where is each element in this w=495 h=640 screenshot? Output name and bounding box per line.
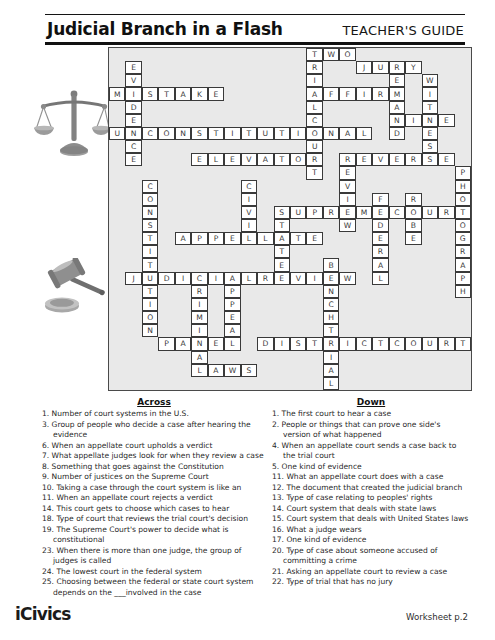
grid-cell: E bbox=[339, 166, 355, 179]
grid-cell: C bbox=[142, 180, 158, 193]
crossword-grid: TWOERJURYVIEWMISTAKEAFFIRMIDLATECNINEUNC… bbox=[108, 47, 472, 391]
grid-cell: B bbox=[323, 258, 339, 271]
grid-cell: C bbox=[356, 337, 372, 350]
grid-cell: U bbox=[290, 206, 306, 219]
grid-cell: T bbox=[158, 87, 174, 100]
grid-cell: T bbox=[274, 219, 290, 232]
grid-cell: P bbox=[306, 206, 322, 219]
grid-cell: I bbox=[191, 324, 207, 337]
grid-cell: E bbox=[389, 74, 405, 87]
grid-cell: A bbox=[224, 272, 240, 285]
down-clue-list: 1. The first court to hear a case2. Peop… bbox=[272, 409, 470, 588]
grid-cell: V bbox=[290, 272, 306, 285]
grid-cell: R bbox=[191, 285, 207, 298]
grid-cell: I bbox=[142, 298, 158, 311]
grid-cell: C bbox=[191, 272, 207, 285]
grid-cell: N bbox=[125, 127, 141, 140]
grid-cell: E bbox=[372, 206, 388, 219]
icivics-logo: iCivics bbox=[15, 604, 71, 624]
grid-cell: A bbox=[455, 258, 471, 271]
grid-cell: U bbox=[306, 140, 322, 153]
grid-cell: L bbox=[224, 337, 240, 350]
grid-cell: T bbox=[241, 127, 257, 140]
grid-cell: T bbox=[306, 166, 322, 179]
clue-item: 24. The lowest court in the federal syst… bbox=[42, 567, 266, 578]
grid-cell: L bbox=[191, 364, 207, 377]
grid-cell: V bbox=[241, 153, 257, 166]
clue-item: 6. When an appellate court upholds a ver… bbox=[42, 441, 266, 452]
grid-cell: E bbox=[339, 206, 355, 219]
grid-cell: A bbox=[306, 87, 322, 100]
grid-cell: H bbox=[455, 180, 471, 193]
grid-cell: B bbox=[405, 219, 421, 232]
grid-cell: S bbox=[142, 87, 158, 100]
grid-cell: T bbox=[290, 232, 306, 245]
grid-cell: T bbox=[306, 48, 322, 61]
grid-cell: I bbox=[356, 87, 372, 100]
clue-item: 15. Court system that deals with United … bbox=[272, 514, 470, 525]
grid-cell: J bbox=[356, 61, 372, 74]
grid-cell: D bbox=[372, 219, 388, 232]
grid-cell: R bbox=[455, 245, 471, 258]
grid-cell: R bbox=[323, 206, 339, 219]
grid-cell: Y bbox=[405, 61, 421, 74]
grid-cell: P bbox=[158, 337, 174, 350]
clue-item: 7. What appellate judges look for when t… bbox=[42, 451, 266, 462]
grid-cell: T bbox=[323, 324, 339, 337]
grid-cell: W bbox=[323, 48, 339, 61]
grid-cell: S bbox=[241, 364, 257, 377]
down-heading: Down bbox=[272, 397, 470, 407]
grid-cell: O bbox=[290, 153, 306, 166]
grid-cell: T bbox=[274, 127, 290, 140]
grid-cell: R bbox=[372, 245, 388, 258]
grid-cell: R bbox=[438, 337, 454, 350]
grid-cell: D bbox=[158, 272, 174, 285]
grid-cell: N bbox=[323, 285, 339, 298]
grid-cell: P bbox=[191, 232, 207, 245]
grid-cell: R bbox=[405, 193, 421, 206]
grid-cell: V bbox=[372, 153, 388, 166]
grid-cell: C bbox=[306, 114, 322, 127]
grid-cell: C bbox=[142, 127, 158, 140]
grid-cell: O bbox=[158, 127, 174, 140]
grid-cell: E bbox=[372, 232, 388, 245]
grid-cell: P bbox=[455, 166, 471, 179]
grid-cell: I bbox=[405, 114, 421, 127]
grid-cell: V bbox=[241, 206, 257, 219]
grid-cell: N bbox=[175, 127, 191, 140]
grid-cell: T bbox=[372, 337, 388, 350]
grid-cell: L bbox=[323, 377, 339, 390]
grid-cell: N bbox=[323, 127, 339, 140]
grid-cell: T bbox=[142, 232, 158, 245]
grid-cell: A bbox=[175, 337, 191, 350]
grid-cell: H bbox=[455, 285, 471, 298]
grid-cell: E bbox=[208, 337, 224, 350]
grid-cell: E bbox=[438, 114, 454, 127]
grid-cell: U bbox=[142, 272, 158, 285]
worksheet-page: Judicial Branch in a Flash TEACHER'S GUI… bbox=[0, 0, 495, 640]
clue-item: 21. Asking an appellate court to review … bbox=[272, 567, 470, 578]
grid-cell: P bbox=[208, 232, 224, 245]
grid-cell: E bbox=[274, 258, 290, 271]
grid-cell: N bbox=[191, 337, 207, 350]
grid-cell: E bbox=[208, 87, 224, 100]
grid-cell: I bbox=[290, 127, 306, 140]
across-clue-list: 1. Number of court systems in the U.S.3.… bbox=[42, 409, 266, 598]
grid-cell: A bbox=[274, 232, 290, 245]
grid-cell: E bbox=[306, 232, 322, 245]
grid-cell: A bbox=[208, 364, 224, 377]
clue-item: 25. Choosing between the federal or stat… bbox=[42, 577, 266, 598]
grid-cell: E bbox=[389, 153, 405, 166]
clue-item: 4. When an appellate court sends a case … bbox=[272, 441, 470, 462]
clue-item: 3. Group of people who decide a case aft… bbox=[42, 420, 266, 441]
grid-cell: S bbox=[142, 219, 158, 232]
grid-cell: T bbox=[455, 337, 471, 350]
grid-cell: F bbox=[323, 87, 339, 100]
grid-cell: A bbox=[175, 232, 191, 245]
clue-item: 18. Type of court that reviews the trial… bbox=[42, 514, 266, 525]
across-clues-column: Across 1. Number of court systems in the… bbox=[42, 397, 266, 598]
grid-cell: I bbox=[175, 272, 191, 285]
page-title: Judicial Branch in a Flash bbox=[47, 19, 283, 39]
clue-item: 13. Type of case relating to peoples' ri… bbox=[272, 493, 470, 504]
grid-cell: A bbox=[339, 127, 355, 140]
grid-cell: E bbox=[191, 153, 207, 166]
clue-item: 12. The document that created the judici… bbox=[272, 483, 470, 494]
grid-cell: T bbox=[306, 337, 322, 350]
grid-cell: M bbox=[389, 87, 405, 100]
scales-of-justice-icon bbox=[34, 88, 110, 162]
clue-item: 14. This court gets to choose which case… bbox=[42, 504, 266, 515]
grid-cell: R bbox=[372, 87, 388, 100]
clue-item: 22. Type of trial that has no jury bbox=[272, 577, 470, 588]
grid-cell: L bbox=[208, 153, 224, 166]
clues-section: Across 1. Number of court systems in the… bbox=[42, 397, 470, 598]
title-underline bbox=[45, 42, 465, 45]
grid-cell: O bbox=[142, 311, 158, 324]
grid-cell: C bbox=[241, 180, 257, 193]
grid-cell: W bbox=[422, 74, 438, 87]
grid-cell: F bbox=[339, 87, 355, 100]
grid-cell: M bbox=[109, 87, 125, 100]
clue-item: 5. One kind of evidence bbox=[272, 462, 470, 473]
clue-item: 1. Number of court systems in the U.S. bbox=[42, 409, 266, 420]
clue-item: 1. The first court to hear a case bbox=[272, 409, 470, 420]
grid-cell: T bbox=[274, 153, 290, 166]
grid-cell: W bbox=[339, 272, 355, 285]
grid-cell: C bbox=[125, 140, 141, 153]
grid-cell: N bbox=[142, 206, 158, 219]
grid-cell: I bbox=[274, 337, 290, 350]
grid-cell: R bbox=[257, 272, 273, 285]
grid-cell: I bbox=[208, 272, 224, 285]
grid-cell: L bbox=[241, 272, 257, 285]
grid-cell: O bbox=[142, 193, 158, 206]
grid-cell: W bbox=[339, 219, 355, 232]
clue-item: 2. People or things that can prove one s… bbox=[272, 420, 470, 441]
grid-cell: R bbox=[323, 337, 339, 350]
grid-cell: I bbox=[191, 298, 207, 311]
grid-cell: A bbox=[175, 87, 191, 100]
clue-item: 17. One kind of evidence bbox=[272, 535, 470, 546]
grid-cell: O bbox=[306, 127, 322, 140]
grid-cell: H bbox=[323, 311, 339, 324]
grid-cell: R bbox=[405, 153, 421, 166]
grid-cell: C bbox=[323, 298, 339, 311]
clue-item: 11. When an appellate court rejects a ve… bbox=[42, 493, 266, 504]
grid-cell: U bbox=[109, 127, 125, 140]
grid-cell: E bbox=[438, 153, 454, 166]
grid-cell: I bbox=[339, 337, 355, 350]
grid-cell: I bbox=[241, 219, 257, 232]
grid-cell: O bbox=[455, 219, 471, 232]
grid-cell: P bbox=[224, 298, 240, 311]
grid-cell: E bbox=[323, 272, 339, 285]
grid-cell: R bbox=[389, 61, 405, 74]
teachers-guide-label: TEACHER'S GUIDE bbox=[342, 23, 464, 38]
grid-cell: I bbox=[339, 193, 355, 206]
grid-cell: O bbox=[405, 206, 421, 219]
grid-cell: L bbox=[257, 232, 273, 245]
grid-cell: E bbox=[422, 127, 438, 140]
clue-item: 9. Number of justices on the Supreme Cou… bbox=[42, 472, 266, 483]
grid-cell: E bbox=[405, 232, 421, 245]
grid-cell: A bbox=[323, 364, 339, 377]
grid-cell: I bbox=[224, 127, 240, 140]
grid-cell: A bbox=[191, 351, 207, 364]
grid-cell: V bbox=[339, 180, 355, 193]
grid-cell: E bbox=[125, 153, 141, 166]
grid-cell: E bbox=[356, 153, 372, 166]
down-clues-column: Down 1. The first court to hear a case2.… bbox=[266, 397, 470, 598]
grid-cell: I bbox=[142, 245, 158, 258]
clue-item: 16. What a judge wears bbox=[272, 525, 470, 536]
grid-cell: S bbox=[274, 206, 290, 219]
grid-cell: V bbox=[125, 74, 141, 87]
grid-cell: R bbox=[306, 61, 322, 74]
clue-item: 14. Court system that deals with state l… bbox=[272, 504, 470, 515]
grid-cell: E bbox=[125, 61, 141, 74]
grid-cell: S bbox=[422, 140, 438, 153]
grid-cell: K bbox=[191, 87, 207, 100]
grid-cell: I bbox=[306, 74, 322, 87]
grid-cell: L bbox=[306, 101, 322, 114]
grid-cell: E bbox=[224, 232, 240, 245]
grid-cell: E bbox=[224, 153, 240, 166]
grid-cell: T bbox=[274, 245, 290, 258]
grid-cell: T bbox=[455, 206, 471, 219]
grid-cell: P bbox=[224, 285, 240, 298]
grid-cell: W bbox=[224, 364, 240, 377]
grid-cell: O bbox=[405, 337, 421, 350]
grid-cell: S bbox=[191, 127, 207, 140]
clue-item: 10. Taking a case through the court syst… bbox=[42, 483, 266, 494]
grid-cell: I bbox=[323, 351, 339, 364]
grid-cell: J bbox=[125, 272, 141, 285]
grid-cell: I bbox=[306, 272, 322, 285]
grid-cell: A bbox=[224, 324, 240, 337]
top-rule bbox=[45, 14, 465, 15]
grid-cell: U bbox=[422, 206, 438, 219]
clue-item: 23. When there is more than one judge, t… bbox=[42, 546, 266, 567]
grid-cell: R bbox=[339, 153, 355, 166]
grid-cell: T bbox=[142, 285, 158, 298]
grid-cell: M bbox=[191, 311, 207, 324]
clue-item: 19. The Supreme Court's power to decide … bbox=[42, 525, 266, 546]
grid-cell: F bbox=[372, 193, 388, 206]
grid-cell: N bbox=[142, 324, 158, 337]
grid-cell: L bbox=[241, 232, 257, 245]
grid-cell: P bbox=[455, 272, 471, 285]
grid-cell: E bbox=[224, 311, 240, 324]
grid-cell: I bbox=[125, 87, 141, 100]
grid-cell: T bbox=[422, 101, 438, 114]
grid-cell: C bbox=[389, 206, 405, 219]
grid-cell: G bbox=[455, 232, 471, 245]
grid-cell: U bbox=[257, 127, 273, 140]
grid-cell: N bbox=[389, 114, 405, 127]
grid-cell: M bbox=[356, 206, 372, 219]
grid-cell: A bbox=[257, 153, 273, 166]
grid-cell: T bbox=[208, 127, 224, 140]
grid-cell: T bbox=[142, 258, 158, 271]
grid-cell: C bbox=[389, 337, 405, 350]
grid-cell: D bbox=[257, 337, 273, 350]
grid-cell: O bbox=[339, 48, 355, 61]
gavel-icon bbox=[40, 258, 110, 316]
grid-cell: O bbox=[455, 193, 471, 206]
grid-cell: U bbox=[372, 61, 388, 74]
grid-cell: D bbox=[389, 127, 405, 140]
grid-cell: D bbox=[125, 101, 141, 114]
page-number-label: Worksheet p.2 bbox=[406, 612, 468, 622]
across-heading: Across bbox=[42, 397, 266, 407]
grid-cell: U bbox=[422, 337, 438, 350]
grid-cell: A bbox=[372, 258, 388, 271]
grid-cell: R bbox=[306, 153, 322, 166]
grid-cell: I bbox=[422, 87, 438, 100]
grid-cell: E bbox=[274, 272, 290, 285]
grid-cell: R bbox=[438, 206, 454, 219]
grid-cell: E bbox=[125, 114, 141, 127]
clue-item: 20. Type of case about someone accused o… bbox=[272, 546, 470, 567]
grid-cell: N bbox=[422, 114, 438, 127]
clue-item: 11. What an appellate court does with a … bbox=[272, 472, 470, 483]
grid-cell: S bbox=[290, 337, 306, 350]
grid-cell: L bbox=[356, 127, 372, 140]
grid-cell: I bbox=[241, 193, 257, 206]
clue-item: 8. Something that goes against the Const… bbox=[42, 462, 266, 473]
grid-cell: S bbox=[422, 153, 438, 166]
grid-cell: L bbox=[372, 272, 388, 285]
grid-cell: A bbox=[389, 101, 405, 114]
